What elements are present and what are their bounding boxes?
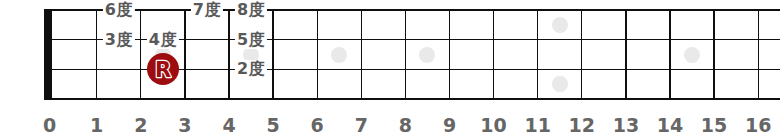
- nut: [44, 9, 52, 100]
- fret-line-8: [405, 9, 406, 99]
- fret-number-14: 14: [657, 114, 683, 136]
- inlay-dot-fret12-row3: [552, 76, 568, 92]
- fret-number-4: 4: [222, 114, 235, 136]
- fret-line-3: [184, 9, 185, 99]
- fret-number-7: 7: [355, 114, 368, 136]
- inlay-dot-fret15: [684, 47, 700, 63]
- fret-number-6: 6: [311, 114, 324, 136]
- fret-number-8: 8: [399, 114, 412, 136]
- fret-line-14: [669, 9, 670, 99]
- interval-label: 5度: [235, 31, 267, 49]
- fret-line-13: [625, 9, 626, 99]
- fret-line-15: [713, 9, 714, 99]
- interval-label: 7度: [191, 1, 223, 19]
- svg-text:R: R: [155, 58, 171, 82]
- fretboard-diagram: 6度7度8度3度4度5度2度R012345678910111213141516: [0, 0, 780, 138]
- fret-line-10: [493, 9, 494, 99]
- inlay-dot-fret9: [419, 47, 435, 63]
- interval-label: 4度: [147, 31, 179, 49]
- fret-number-0: 0: [43, 114, 56, 136]
- fret-line-2: [140, 9, 141, 99]
- fret-line-11: [537, 9, 538, 99]
- fret-number-1: 1: [90, 114, 103, 136]
- fret-number-3: 3: [178, 114, 191, 136]
- fret-line-9: [449, 9, 450, 99]
- root-icon: R: [146, 53, 179, 86]
- interval-label: 8度: [235, 1, 267, 19]
- fret-line-4: [228, 9, 229, 99]
- interval-label: 6度: [103, 1, 135, 19]
- fret-number-2: 2: [134, 114, 147, 136]
- fret-line-16: [758, 9, 759, 99]
- fret-line-5: [272, 9, 273, 99]
- fret-number-10: 10: [480, 114, 506, 136]
- fret-number-5: 5: [266, 114, 279, 136]
- fret-line-12: [581, 9, 582, 99]
- interval-label: 2度: [235, 60, 267, 78]
- fret-number-11: 11: [524, 114, 550, 136]
- fret-number-12: 12: [569, 114, 595, 136]
- inlay-dot-fret7: [331, 47, 347, 63]
- inlay-dot-fret12-row1: [552, 17, 568, 33]
- root-marker: R: [146, 53, 179, 86]
- interval-label: 3度: [103, 31, 135, 49]
- fret-number-16: 16: [745, 114, 771, 136]
- fret-line-6: [317, 9, 318, 99]
- fret-number-9: 9: [443, 114, 456, 136]
- fret-number-13: 13: [613, 114, 639, 136]
- fret-number-15: 15: [701, 114, 727, 136]
- fret-line-7: [361, 9, 362, 99]
- fret-line-1: [96, 9, 97, 99]
